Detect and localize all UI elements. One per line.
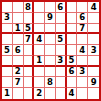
sudoku-cell-r3c3[interactable]: 5 — [24, 24, 35, 35]
sudoku-cell-r2c4[interactable] — [34, 13, 45, 24]
sudoku-cell-r6c5[interactable] — [45, 56, 56, 67]
sudoku-cell-r7c9[interactable] — [88, 67, 99, 78]
sudoku-cell-r3c6[interactable] — [56, 24, 67, 35]
sudoku-cell-r6c9[interactable] — [88, 56, 99, 67]
sudoku-cell-r9c3[interactable] — [24, 88, 35, 99]
sudoku-cell-r3c7[interactable] — [67, 24, 78, 35]
sudoku-cell-r6c3[interactable] — [24, 56, 35, 67]
sudoku-cell-r8c1[interactable] — [2, 77, 13, 88]
sudoku-cell-r7c2[interactable]: 2 — [13, 67, 24, 78]
sudoku-cell-r8c6[interactable] — [56, 77, 67, 88]
sudoku-cell-r1c9[interactable]: 4 — [88, 2, 99, 13]
sudoku-cell-r4c1[interactable] — [2, 34, 13, 45]
sudoku-cell-r1c1[interactable] — [2, 2, 13, 13]
sudoku-cell-r8c4[interactable] — [34, 77, 45, 88]
sudoku-cell-r1c3[interactable]: 8 — [24, 2, 35, 13]
sudoku-cell-r7c3[interactable] — [24, 67, 35, 78]
sudoku-cell-r5c9[interactable]: 3 — [88, 45, 99, 56]
sudoku-cell-r2c3[interactable] — [24, 13, 35, 24]
sudoku-cell-r5c3[interactable] — [24, 45, 35, 56]
sudoku-cell-r2c9[interactable] — [88, 13, 99, 24]
sudoku-cell-r2c5[interactable]: 9 — [45, 13, 56, 24]
sudoku-cell-r9c2[interactable] — [13, 88, 24, 99]
sudoku-cell-r8c9[interactable]: 9 — [88, 77, 99, 88]
sudoku-cell-r8c5[interactable]: 8 — [45, 77, 56, 88]
sudoku-cell-r6c7[interactable]: 5 — [67, 56, 78, 67]
sudoku-cell-r1c6[interactable]: 6 — [56, 2, 67, 13]
sudoku-cell-r1c7[interactable] — [67, 2, 78, 13]
sudoku-cell-r8c7[interactable] — [67, 77, 78, 88]
sudoku-cell-r9c6[interactable] — [56, 88, 67, 99]
sudoku-cell-r4c5[interactable] — [45, 34, 56, 45]
sudoku-cell-r4c8[interactable] — [77, 34, 88, 45]
sudoku-cell-r9c5[interactable] — [45, 88, 56, 99]
sudoku-cell-r3c4[interactable] — [34, 24, 45, 35]
sudoku-cell-r6c6[interactable]: 3 — [56, 56, 67, 67]
sudoku-cell-r7c8[interactable]: 3 — [77, 67, 88, 78]
sudoku-cell-r2c2[interactable] — [13, 13, 24, 24]
sudoku-cell-r2c7[interactable] — [67, 13, 78, 24]
sudoku-cell-r5c8[interactable]: 4 — [77, 45, 88, 56]
sudoku-cell-r7c5[interactable] — [45, 67, 56, 78]
sudoku-cell-r3c8[interactable]: 7 — [77, 24, 88, 35]
sudoku-cell-r3c1[interactable] — [2, 24, 13, 35]
sudoku-cell-r7c6[interactable] — [56, 67, 67, 78]
sudoku-cell-r6c2[interactable] — [13, 56, 24, 67]
sudoku-cell-r3c9[interactable] — [88, 24, 99, 35]
sudoku-cell-r7c1[interactable] — [2, 67, 13, 78]
sudoku-cell-r4c7[interactable] — [67, 34, 78, 45]
sudoku-cell-r7c4[interactable] — [34, 67, 45, 78]
sudoku-cell-r4c2[interactable] — [13, 34, 24, 45]
sudoku-cell-r2c6[interactable] — [56, 13, 67, 24]
sudoku-cell-r1c4[interactable] — [34, 2, 45, 13]
sudoku-cell-r6c8[interactable] — [77, 56, 88, 67]
sudoku-cell-r4c6[interactable]: 5 — [56, 34, 67, 45]
sudoku-cell-r8c8[interactable] — [77, 77, 88, 88]
sudoku-cell-r3c2[interactable]: 1 — [13, 24, 24, 35]
sudoku-cell-r8c3[interactable] — [24, 77, 35, 88]
sudoku-cell-r1c5[interactable] — [45, 2, 56, 13]
sudoku-cell-r4c9[interactable] — [88, 34, 99, 45]
sudoku-cell-r7c7[interactable]: 6 — [67, 67, 78, 78]
sudoku-cell-r3c5[interactable] — [45, 24, 56, 35]
sudoku-cell-r5c5[interactable] — [45, 45, 56, 56]
sudoku-cell-r9c4[interactable]: 2 — [34, 88, 45, 99]
sudoku-cell-r1c2[interactable] — [13, 2, 24, 13]
sudoku-cell-r6c4[interactable]: 1 — [34, 56, 45, 67]
sudoku-cell-r5c2[interactable]: 6 — [13, 45, 24, 56]
sudoku-cell-r9c7[interactable]: 4 — [67, 88, 78, 99]
sudoku-cell-r9c8[interactable] — [77, 88, 88, 99]
sudoku-cell-r2c1[interactable]: 3 — [2, 13, 13, 24]
sudoku-cell-r8c2[interactable]: 7 — [13, 77, 24, 88]
sudoku-cell-r5c1[interactable]: 5 — [2, 45, 13, 56]
sudoku-cell-r9c9[interactable] — [88, 88, 99, 99]
sudoku-cell-r9c1[interactable]: 1 — [2, 88, 13, 99]
sudoku-cell-r1c8[interactable] — [77, 2, 88, 13]
sudoku-cell-r4c4[interactable]: 4 — [34, 34, 45, 45]
sudoku-cell-r2c8[interactable]: 6 — [77, 13, 88, 24]
sudoku-cell-r6c1[interactable] — [2, 56, 13, 67]
sudoku-board: 8643961577455643135263789124 — [0, 0, 101, 101]
sudoku-cell-r4c3[interactable]: 7 — [24, 34, 35, 45]
